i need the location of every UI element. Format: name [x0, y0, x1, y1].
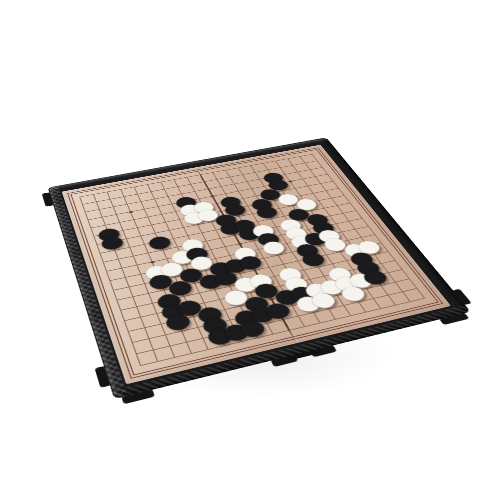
board-foot [452, 289, 472, 305]
product-photo-scene: ●●●●●●●●●●●●●●●●●●●●●●●●●●●●●●●●●●●●●●●●… [0, 0, 500, 500]
board-foot [42, 192, 54, 206]
board-foot [439, 312, 470, 325]
